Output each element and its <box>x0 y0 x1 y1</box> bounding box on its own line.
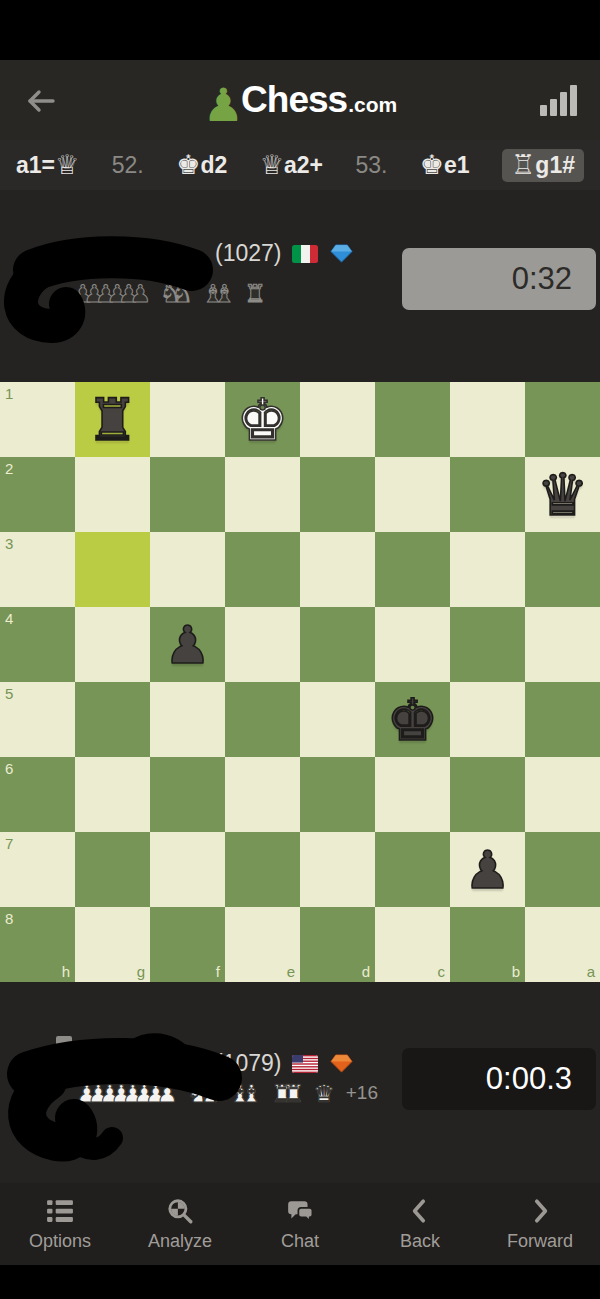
analyze-magnifier-icon <box>166 1197 194 1225</box>
nav-options[interactable]: Options <box>0 1197 120 1252</box>
status-bar-strip <box>0 0 600 60</box>
rank-label: 7 <box>5 836 13 851</box>
square-c4[interactable] <box>375 607 450 682</box>
move-item[interactable]: ♚d2 <box>176 152 227 179</box>
clock-top: 0:32 <box>402 248 596 310</box>
move-item[interactable]: a1=♕ <box>16 152 79 179</box>
square-c1[interactable] <box>375 382 450 457</box>
square-b5[interactable] <box>450 682 525 757</box>
file-label: c <box>438 964 446 979</box>
rank-label: 5 <box>5 686 13 701</box>
square-c7[interactable] <box>375 832 450 907</box>
square-c8[interactable]: c <box>375 907 450 982</box>
chevron-left-icon <box>406 1197 434 1225</box>
square-h8[interactable]: 8h <box>0 907 75 982</box>
square-a6[interactable] <box>525 757 600 832</box>
player-top-rating: (1027) <box>215 240 281 267</box>
file-label: d <box>362 964 370 979</box>
square-b1[interactable] <box>450 382 525 457</box>
back-arrow-icon[interactable] <box>24 84 58 118</box>
rank-label: 3 <box>5 536 13 551</box>
square-a7[interactable] <box>525 832 600 907</box>
captured-queen: ♛ <box>313 1082 335 1106</box>
square-a1[interactable] <box>525 382 600 457</box>
move-number: 53. <box>355 152 387 179</box>
file-label: b <box>512 964 520 979</box>
clock-bottom: 0:00.3 <box>402 1048 596 1110</box>
square-a8[interactable]: a <box>525 907 600 982</box>
square-a3[interactable] <box>525 532 600 607</box>
rank-label: 2 <box>5 461 13 476</box>
square-h1[interactable]: 1 <box>0 382 75 457</box>
rank-label: 4 <box>5 611 13 626</box>
square-d2[interactable] <box>300 457 375 532</box>
player-top-info: (1027) <box>215 240 354 267</box>
nav-back[interactable]: Back <box>360 1197 480 1252</box>
square-f7[interactable] <box>150 832 225 907</box>
move-list: a1=♕52.♚d2♕a2+53.♚e1♖g1# <box>0 140 600 190</box>
nav-analyze[interactable]: Analyze <box>120 1197 240 1252</box>
move-item[interactable]: ♚e1 <box>420 152 470 179</box>
square-h2[interactable]: 2 <box>0 457 75 532</box>
connection-signal-icon <box>540 84 580 116</box>
square-g1[interactable]: ♜ <box>75 382 150 457</box>
player-bottom: (1079) ♟♟♟♟♟♟♟♟♞♞♝♝♜♜♛+16 0:00.3 <box>0 982 600 1183</box>
chess-board: 1♜♚2♛34♟5♚67♟8hgfedcba <box>0 382 600 982</box>
square-c6[interactable] <box>375 757 450 832</box>
square-e1[interactable]: ♚ <box>225 382 300 457</box>
square-b6[interactable] <box>450 757 525 832</box>
chesscom-logo: ♟ Chess.com <box>203 79 397 121</box>
rank-label: 8 <box>5 911 13 926</box>
square-a5[interactable] <box>525 682 600 757</box>
nav-back-label: Back <box>400 1231 440 1252</box>
player-top: (1027) ♟♟♟♟♟♟♞♞♝♝♜ 0:32 <box>0 190 600 382</box>
square-c2[interactable] <box>375 457 450 532</box>
orange-diamond-icon <box>329 1053 354 1074</box>
square-e6[interactable] <box>225 757 300 832</box>
square-f3[interactable] <box>150 532 225 607</box>
square-b8[interactable]: b <box>450 907 525 982</box>
square-d3[interactable] <box>300 532 375 607</box>
square-g5[interactable] <box>75 682 150 757</box>
chevron-right-icon <box>526 1197 554 1225</box>
file-label: a <box>587 964 595 979</box>
square-h3[interactable]: 3 <box>0 532 75 607</box>
square-e5[interactable] <box>225 682 300 757</box>
square-h6[interactable]: 6 <box>0 757 75 832</box>
black-pawn: ♟ <box>150 607 225 682</box>
black-king: ♚ <box>375 682 450 757</box>
flag-italy-icon <box>292 245 318 263</box>
square-b4[interactable] <box>450 607 525 682</box>
square-f6[interactable] <box>150 757 225 832</box>
square-g7[interactable] <box>75 832 150 907</box>
nav-chat-label: Chat <box>281 1231 319 1252</box>
square-h4[interactable]: 4 <box>0 607 75 682</box>
square-d6[interactable] <box>300 757 375 832</box>
app-screen: ♟ Chess.com a1=♕52.♚d2♕a2+53.♚e1♖g1# (10… <box>0 0 600 1299</box>
nav-forward[interactable]: Forward <box>480 1197 600 1252</box>
square-f5[interactable] <box>150 682 225 757</box>
black-pawn: ♟ <box>450 832 525 907</box>
square-c3[interactable] <box>375 532 450 607</box>
flag-usa-icon <box>292 1055 318 1073</box>
file-label: g <box>137 964 145 979</box>
black-queen: ♛ <box>525 457 600 532</box>
square-a2[interactable]: ♛ <box>525 457 600 532</box>
square-e3[interactable] <box>225 532 300 607</box>
square-f2[interactable] <box>150 457 225 532</box>
square-g2[interactable] <box>75 457 150 532</box>
logo-text: Chess <box>241 79 347 121</box>
square-b2[interactable] <box>450 457 525 532</box>
square-b7[interactable]: ♟ <box>450 832 525 907</box>
move-item[interactable]: ♖g1# <box>502 149 584 182</box>
move-number: 52. <box>112 152 144 179</box>
square-d5[interactable] <box>300 682 375 757</box>
square-b3[interactable] <box>450 532 525 607</box>
nav-analyze-label: Analyze <box>148 1231 212 1252</box>
captured-rooks: ♜ <box>244 282 266 306</box>
square-g6[interactable] <box>75 757 150 832</box>
square-d7[interactable] <box>300 832 375 907</box>
square-f1[interactable] <box>150 382 225 457</box>
nav-forward-label: Forward <box>507 1231 573 1252</box>
nav-options-label: Options <box>29 1231 91 1252</box>
square-f8[interactable]: f <box>150 907 225 982</box>
square-e4[interactable] <box>225 607 300 682</box>
bottom-black-strip <box>0 1265 600 1299</box>
square-g8[interactable]: g <box>75 907 150 982</box>
file-label: e <box>287 964 295 979</box>
square-e2[interactable] <box>225 457 300 532</box>
square-f4[interactable]: ♟ <box>150 607 225 682</box>
logo-suffix: .com <box>348 93 397 117</box>
file-label: h <box>62 964 70 979</box>
square-c5[interactable]: ♚ <box>375 682 450 757</box>
material-advantage: +16 <box>346 1082 378 1106</box>
captured-rooks: ♜♜ <box>271 1082 304 1106</box>
nav-chat[interactable]: Chat <box>240 1197 360 1252</box>
square-d4[interactable] <box>300 607 375 682</box>
square-g4[interactable] <box>75 607 150 682</box>
square-d1[interactable] <box>300 382 375 457</box>
square-e7[interactable] <box>225 832 300 907</box>
redaction-scribble <box>4 1022 244 1172</box>
bottom-nav: Options Analyze Chat Back Forward <box>0 1183 600 1265</box>
square-g3[interactable] <box>75 532 150 607</box>
blue-diamond-icon <box>329 243 354 264</box>
rank-label: 1 <box>5 386 13 401</box>
chat-bubbles-icon <box>286 1197 314 1225</box>
square-a4[interactable] <box>525 607 600 682</box>
redaction-scribble <box>4 230 214 345</box>
white-king: ♚ <box>225 382 300 457</box>
move-item[interactable]: ♕a2+ <box>260 152 323 179</box>
square-h5[interactable]: 5 <box>0 682 75 757</box>
file-label: f <box>216 964 220 979</box>
square-e8[interactable]: e <box>225 907 300 982</box>
black-rook: ♜ <box>75 382 150 457</box>
square-d8[interactable]: d <box>300 907 375 982</box>
square-h7[interactable]: 7 <box>0 832 75 907</box>
header: ♟ Chess.com <box>0 60 600 140</box>
rank-label: 6 <box>5 761 13 776</box>
options-list-icon <box>46 1197 74 1225</box>
